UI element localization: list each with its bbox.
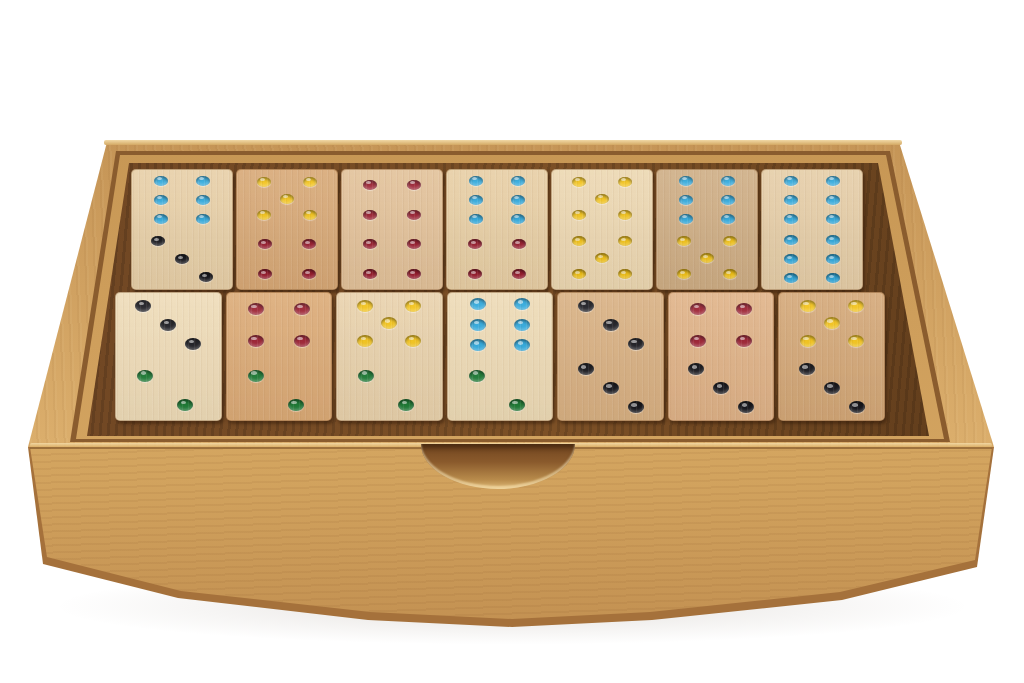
pip xyxy=(595,194,609,204)
pip xyxy=(784,235,798,245)
pip xyxy=(363,210,377,220)
pip xyxy=(175,254,189,264)
pip xyxy=(381,317,397,329)
photo-scene xyxy=(0,0,1024,683)
domino-tile[interactable] xyxy=(778,292,885,421)
pip xyxy=(700,253,714,263)
pip xyxy=(135,300,151,312)
domino-tile[interactable] xyxy=(336,292,443,421)
pip xyxy=(511,176,525,186)
box-rim-back-edge-highlight xyxy=(104,140,902,145)
pip xyxy=(578,363,594,375)
domino-half xyxy=(762,170,862,230)
pip xyxy=(280,194,294,204)
pip xyxy=(407,210,421,220)
pip xyxy=(572,236,586,246)
pip xyxy=(800,335,816,347)
domino-tile[interactable] xyxy=(226,292,333,421)
pip xyxy=(407,180,421,190)
pip xyxy=(826,254,840,264)
domino-half xyxy=(669,293,774,357)
pip xyxy=(618,210,632,220)
domino-half xyxy=(447,170,547,230)
pip xyxy=(407,239,421,249)
pip xyxy=(185,338,201,350)
pip xyxy=(628,338,644,350)
domino-tile[interactable] xyxy=(341,169,443,290)
pip xyxy=(679,214,693,224)
domino-half xyxy=(342,170,442,230)
pip xyxy=(257,210,271,220)
domino-half xyxy=(447,230,547,290)
pip xyxy=(595,253,609,263)
domino-tile[interactable] xyxy=(131,169,233,290)
domino-half xyxy=(337,293,442,357)
domino-tile[interactable] xyxy=(551,169,653,290)
pip xyxy=(151,236,165,246)
pip xyxy=(405,335,421,347)
domino-half xyxy=(116,293,221,357)
pip xyxy=(468,239,482,249)
pip xyxy=(736,335,752,347)
domino-half xyxy=(669,357,774,421)
pip xyxy=(358,370,374,382)
pip xyxy=(824,382,840,394)
pip xyxy=(363,180,377,190)
pip xyxy=(572,177,586,187)
pip xyxy=(514,319,530,331)
pip xyxy=(248,370,264,382)
pip xyxy=(248,335,264,347)
pip xyxy=(690,335,706,347)
pip xyxy=(603,382,619,394)
pip xyxy=(407,269,421,279)
pip xyxy=(848,335,864,347)
pip xyxy=(154,176,168,186)
pip xyxy=(784,273,798,283)
pip xyxy=(618,269,632,279)
pip xyxy=(784,214,798,224)
pip xyxy=(511,195,525,205)
domino-half xyxy=(116,357,221,421)
pip xyxy=(572,210,586,220)
pip xyxy=(470,298,486,310)
tile-row-2 xyxy=(115,292,885,421)
domino-tile[interactable] xyxy=(656,169,758,290)
domino-half xyxy=(657,170,757,230)
domino-tile[interactable] xyxy=(668,292,775,421)
pip xyxy=(677,236,691,246)
pip xyxy=(398,399,414,411)
pip xyxy=(196,214,210,224)
pip xyxy=(578,300,594,312)
domino-half xyxy=(657,230,757,290)
pip xyxy=(512,269,526,279)
pip xyxy=(603,319,619,331)
domino-half xyxy=(227,357,332,421)
pip xyxy=(800,300,816,312)
pip xyxy=(826,214,840,224)
pip xyxy=(177,399,193,411)
domino-half xyxy=(448,293,553,357)
pip xyxy=(738,401,754,413)
pip xyxy=(723,269,737,279)
pip xyxy=(469,195,483,205)
pip xyxy=(469,370,485,382)
domino-half xyxy=(552,170,652,230)
domino-half xyxy=(237,170,337,230)
domino-half xyxy=(448,357,553,421)
pip xyxy=(679,195,693,205)
pip xyxy=(196,195,210,205)
pip xyxy=(302,239,316,249)
pip xyxy=(784,254,798,264)
pip xyxy=(405,300,421,312)
pip xyxy=(826,195,840,205)
domino-half xyxy=(132,230,232,290)
pip xyxy=(294,335,310,347)
pip xyxy=(618,236,632,246)
pip xyxy=(154,195,168,205)
pip xyxy=(721,195,735,205)
pip xyxy=(677,269,691,279)
domino-half xyxy=(558,357,663,421)
pip xyxy=(679,176,693,186)
pip xyxy=(736,303,752,315)
pip xyxy=(303,177,317,187)
pip xyxy=(690,303,706,315)
tile-row-1 xyxy=(131,169,863,290)
pip xyxy=(688,363,704,375)
pip xyxy=(258,239,272,249)
pip xyxy=(302,269,316,279)
pip xyxy=(514,298,530,310)
domino-half xyxy=(337,357,442,421)
pip xyxy=(469,214,483,224)
pip xyxy=(721,176,735,186)
pip xyxy=(713,382,729,394)
pip xyxy=(511,214,525,224)
domino-half xyxy=(552,230,652,290)
pip xyxy=(514,339,530,351)
pip xyxy=(721,214,735,224)
pip xyxy=(248,303,264,315)
pip xyxy=(826,235,840,245)
pip xyxy=(196,176,210,186)
pip xyxy=(357,335,373,347)
pip xyxy=(363,239,377,249)
domino-half xyxy=(779,357,884,421)
pip xyxy=(799,363,815,375)
pip xyxy=(848,300,864,312)
pip xyxy=(303,210,317,220)
domino-half xyxy=(132,170,232,230)
pip xyxy=(137,370,153,382)
pip xyxy=(154,214,168,224)
pip xyxy=(363,269,377,279)
pip xyxy=(509,399,525,411)
domino-tile[interactable] xyxy=(236,169,338,290)
domino-half xyxy=(779,293,884,357)
pip xyxy=(468,269,482,279)
pip xyxy=(723,236,737,246)
domino-half xyxy=(558,293,663,357)
domino-tile[interactable] xyxy=(447,292,554,421)
domino-half xyxy=(342,230,442,290)
pip xyxy=(258,269,272,279)
pip xyxy=(826,176,840,186)
pip xyxy=(160,319,176,331)
pip xyxy=(357,300,373,312)
domino-tile[interactable] xyxy=(446,169,548,290)
pip xyxy=(628,401,644,413)
pip xyxy=(512,239,526,249)
domino-half xyxy=(237,230,337,290)
pip xyxy=(784,176,798,186)
pip xyxy=(849,401,865,413)
domino-half xyxy=(762,230,862,290)
domino-tile[interactable] xyxy=(557,292,664,421)
domino-tile[interactable] xyxy=(115,292,222,421)
pip xyxy=(784,195,798,205)
domino-half xyxy=(227,293,332,357)
pip xyxy=(288,399,304,411)
pip xyxy=(199,272,213,282)
pip xyxy=(294,303,310,315)
pip xyxy=(826,273,840,283)
pip xyxy=(824,317,840,329)
pip xyxy=(257,177,271,187)
pip xyxy=(470,319,486,331)
pip xyxy=(572,269,586,279)
pip xyxy=(618,177,632,187)
pip xyxy=(469,176,483,186)
domino-tile[interactable] xyxy=(761,169,863,290)
pip xyxy=(470,339,486,351)
